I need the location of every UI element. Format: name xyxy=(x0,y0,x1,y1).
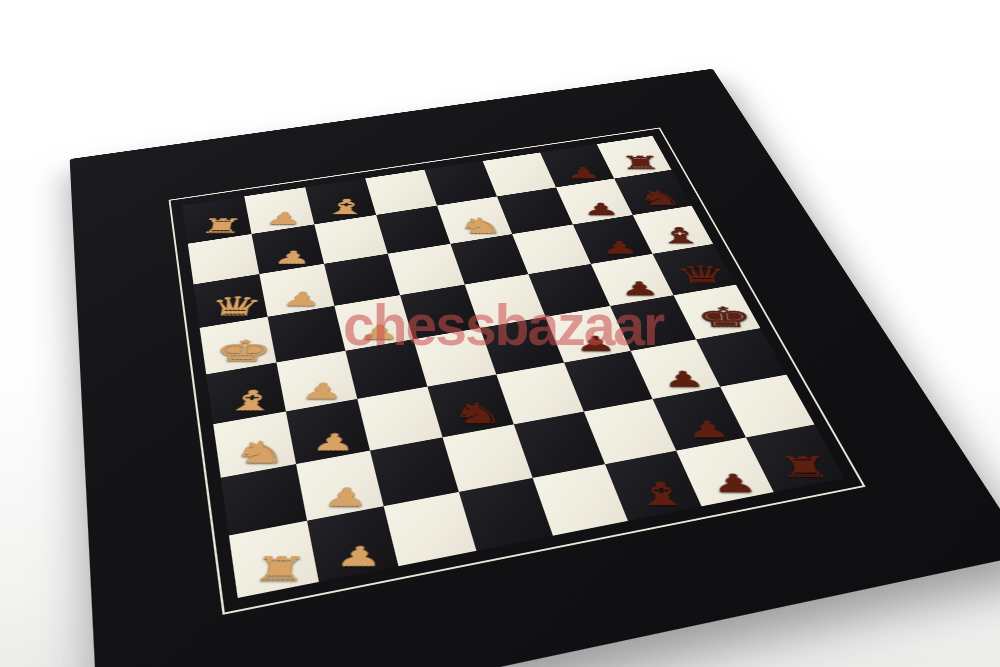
white-pawn: ♟ xyxy=(272,248,314,266)
square-h1: ♜ xyxy=(229,521,319,598)
white-queen: ♛ xyxy=(206,293,266,319)
black-pawn: ♟ xyxy=(619,279,661,298)
black-pawn: ♟ xyxy=(709,471,759,496)
black-knight: ♞ xyxy=(449,399,505,428)
black-pawn: ♟ xyxy=(565,165,603,181)
black-pawn: ♟ xyxy=(684,418,732,441)
white-pawn: ♟ xyxy=(280,289,323,308)
black-bishop: ♝ xyxy=(655,225,707,247)
chess-board-squares: ♜♟♝♟♜♟♞♟♞♛♟♟♝♚♟♟♛♝♟♟♚♞♟♞♟♟♟♜♟♝♟♜ xyxy=(182,136,844,598)
black-pawn: ♟ xyxy=(661,368,707,390)
white-pawn: ♟ xyxy=(358,322,401,342)
white-pawn: ♟ xyxy=(310,430,358,454)
square-h2: ♟ xyxy=(307,506,398,582)
black-pawn: ♟ xyxy=(600,239,640,257)
white-bishop: ♝ xyxy=(321,196,371,217)
white-rook: ♜ xyxy=(197,216,246,236)
black-knight: ♞ xyxy=(635,187,685,208)
white-knight: ♞ xyxy=(456,215,504,237)
black-king: ♚ xyxy=(694,304,756,332)
black-rook: ♜ xyxy=(775,453,834,482)
white-rook: ♜ xyxy=(249,553,311,586)
white-knight: ♞ xyxy=(229,437,291,467)
white-king: ♚ xyxy=(212,337,276,366)
black-pawn: ♟ xyxy=(582,201,621,218)
product-photo-scene: ♜♟♝♟♜♟♞♟♞♛♟♟♝♚♟♟♛♝♟♟♚♞♟♞♟♟♟♜♟♝♟♜ xyxy=(0,0,1000,667)
white-pawn: ♟ xyxy=(321,484,370,510)
white-pawn: ♟ xyxy=(264,210,305,227)
white-pawn: ♟ xyxy=(334,543,385,571)
chess-board: ♜♟♝♟♜♟♞♟♞♛♟♟♝♚♟♟♛♝♟♟♚♞♟♞♟♟♟♜♟♝♟♜ xyxy=(70,69,1000,667)
black-pawn: ♟ xyxy=(574,333,617,354)
black-bishop: ♝ xyxy=(631,478,693,510)
black-rook: ♜ xyxy=(619,154,664,172)
white-pawn: ♟ xyxy=(299,380,345,402)
white-bishop: ♝ xyxy=(222,387,282,415)
black-queen: ♛ xyxy=(673,262,730,287)
